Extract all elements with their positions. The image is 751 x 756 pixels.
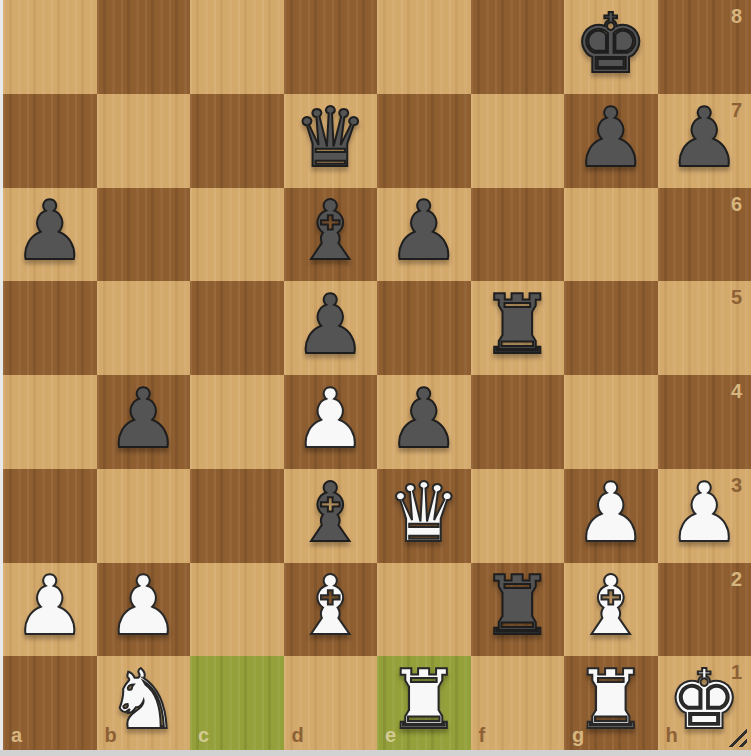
square-h3[interactable]: 3♟: [658, 469, 751, 563]
square-f5[interactable]: ♜: [471, 281, 565, 375]
square-d2[interactable]: ♝: [284, 563, 378, 657]
piece-black-bishop-d6[interactable]: ♝: [284, 188, 378, 282]
piece-white-bishop-g2[interactable]: ♝: [564, 563, 658, 657]
square-g3[interactable]: ♟: [564, 469, 658, 563]
square-h2[interactable]: 2: [658, 563, 751, 657]
square-e4[interactable]: ♟: [377, 375, 471, 469]
square-e1[interactable]: e♜: [377, 656, 471, 750]
piece-black-queen-d7[interactable]: ♛: [284, 94, 378, 188]
piece-black-pawn-d5[interactable]: ♟: [284, 281, 378, 375]
square-b8[interactable]: [97, 0, 191, 94]
square-c8[interactable]: [190, 0, 284, 94]
square-c2[interactable]: [190, 563, 284, 657]
square-d4[interactable]: ♟: [284, 375, 378, 469]
coord-file-f: f: [479, 725, 486, 745]
piece-white-pawn-a2[interactable]: ♟: [3, 563, 97, 657]
square-a2[interactable]: ♟: [3, 563, 97, 657]
square-h4[interactable]: 4: [658, 375, 751, 469]
square-c3[interactable]: [190, 469, 284, 563]
square-a3[interactable]: [3, 469, 97, 563]
piece-black-pawn-e6[interactable]: ♟: [377, 188, 471, 282]
coord-rank-4: 4: [731, 381, 742, 401]
square-f4[interactable]: [471, 375, 565, 469]
square-a5[interactable]: [3, 281, 97, 375]
square-h8[interactable]: 8: [658, 0, 751, 94]
square-a7[interactable]: [3, 94, 97, 188]
square-c6[interactable]: [190, 188, 284, 282]
square-c4[interactable]: [190, 375, 284, 469]
square-e3[interactable]: ♛: [377, 469, 471, 563]
square-g6[interactable]: [564, 188, 658, 282]
square-b5[interactable]: [97, 281, 191, 375]
square-d5[interactable]: ♟: [284, 281, 378, 375]
square-b1[interactable]: b♞: [97, 656, 191, 750]
square-b7[interactable]: [97, 94, 191, 188]
square-a8[interactable]: [3, 0, 97, 94]
piece-white-pawn-h3[interactable]: ♟: [658, 469, 751, 563]
piece-white-rook-g1[interactable]: ♜: [564, 656, 658, 750]
page-bottom-margin: [0, 750, 751, 756]
square-b3[interactable]: [97, 469, 191, 563]
square-e8[interactable]: [377, 0, 471, 94]
piece-white-pawn-b2[interactable]: ♟: [97, 563, 191, 657]
square-a1[interactable]: a: [3, 656, 97, 750]
square-b6[interactable]: [97, 188, 191, 282]
coord-file-a: a: [11, 725, 22, 745]
coord-rank-8: 8: [731, 6, 742, 26]
square-b4[interactable]: ♟: [97, 375, 191, 469]
square-g8[interactable]: ♚: [564, 0, 658, 94]
piece-black-pawn-a6[interactable]: ♟: [3, 188, 97, 282]
square-f1[interactable]: f: [471, 656, 565, 750]
square-e6[interactable]: ♟: [377, 188, 471, 282]
square-d1[interactable]: d: [284, 656, 378, 750]
square-c7[interactable]: [190, 94, 284, 188]
coord-file-d: d: [292, 725, 304, 745]
square-e5[interactable]: [377, 281, 471, 375]
square-d7[interactable]: ♛: [284, 94, 378, 188]
piece-black-bishop-d3[interactable]: ♝: [284, 469, 378, 563]
piece-black-rook-f5[interactable]: ♜: [471, 281, 565, 375]
square-g1[interactable]: g♜: [564, 656, 658, 750]
square-b2[interactable]: ♟: [97, 563, 191, 657]
chess-board-page: ♚8♛♟7♟♟♝♟6♟♜5♟♟♟4♝♛♟3♟♟♟♝♜♝2ab♞cde♜fg♜1h…: [0, 0, 751, 756]
square-f3[interactable]: [471, 469, 565, 563]
piece-black-pawn-g7[interactable]: ♟: [564, 94, 658, 188]
square-g7[interactable]: ♟: [564, 94, 658, 188]
coord-file-c: c: [198, 725, 209, 745]
square-h5[interactable]: 5: [658, 281, 751, 375]
coord-rank-6: 6: [731, 194, 742, 214]
chess-board[interactable]: ♚8♛♟7♟♟♝♟6♟♜5♟♟♟4♝♛♟3♟♟♟♝♜♝2ab♞cde♜fg♜1h…: [3, 0, 751, 750]
square-d8[interactable]: [284, 0, 378, 94]
piece-white-queen-e3[interactable]: ♛: [377, 469, 471, 563]
square-d3[interactable]: ♝: [284, 469, 378, 563]
piece-black-rook-f2[interactable]: ♜: [471, 563, 565, 657]
piece-white-bishop-d2[interactable]: ♝: [284, 563, 378, 657]
square-e2[interactable]: [377, 563, 471, 657]
square-g5[interactable]: [564, 281, 658, 375]
coord-rank-5: 5: [731, 287, 742, 307]
piece-white-knight-b1[interactable]: ♞: [97, 656, 191, 750]
square-c1[interactable]: c: [190, 656, 284, 750]
square-a4[interactable]: [3, 375, 97, 469]
square-f8[interactable]: [471, 0, 565, 94]
square-h6[interactable]: 6: [658, 188, 751, 282]
square-f7[interactable]: [471, 94, 565, 188]
piece-black-pawn-b4[interactable]: ♟: [97, 375, 191, 469]
piece-white-rook-e1[interactable]: ♜: [377, 656, 471, 750]
square-g4[interactable]: [564, 375, 658, 469]
square-g2[interactable]: ♝: [564, 563, 658, 657]
square-c5[interactable]: [190, 281, 284, 375]
square-d6[interactable]: ♝: [284, 188, 378, 282]
square-f2[interactable]: ♜: [471, 563, 565, 657]
piece-white-pawn-g3[interactable]: ♟: [564, 469, 658, 563]
square-a6[interactable]: ♟: [3, 188, 97, 282]
piece-black-king-g8[interactable]: ♚: [564, 0, 658, 94]
piece-white-pawn-d4[interactable]: ♟: [284, 375, 378, 469]
square-e7[interactable]: [377, 94, 471, 188]
piece-black-pawn-h7[interactable]: ♟: [658, 94, 751, 188]
square-f6[interactable]: [471, 188, 565, 282]
coord-rank-2: 2: [731, 569, 742, 589]
piece-black-pawn-e4[interactable]: ♟: [377, 375, 471, 469]
square-h7[interactable]: 7♟: [658, 94, 751, 188]
